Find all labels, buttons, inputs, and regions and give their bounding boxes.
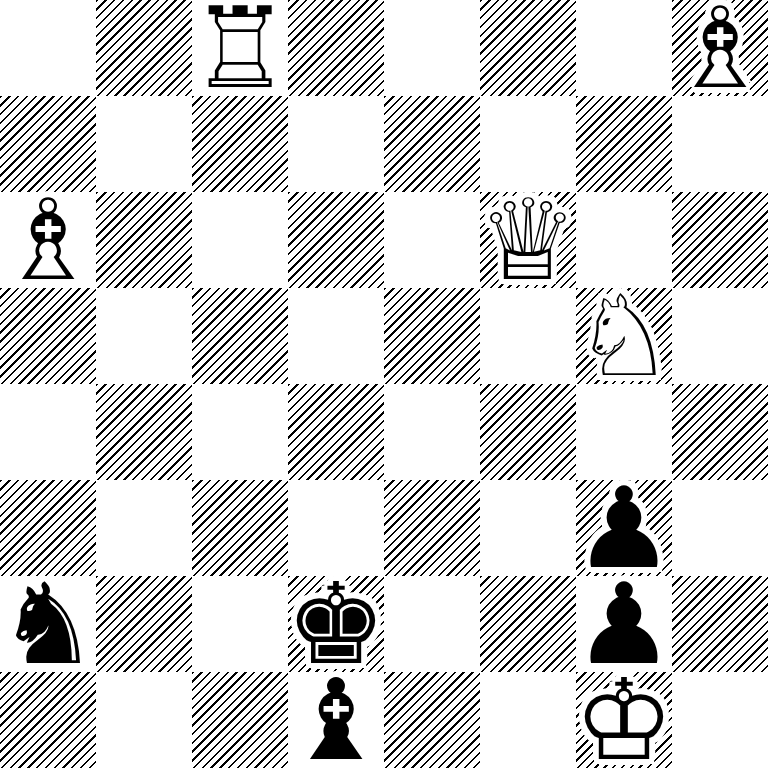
white-knight-backing: ♞: [576, 288, 672, 384]
square-h8[interactable]: ♝♗: [672, 0, 768, 96]
square-d5[interactable]: [288, 288, 384, 384]
black-pawn[interactable]: ♟: [576, 480, 672, 576]
square-h7[interactable]: [672, 96, 768, 192]
square-a1[interactable]: [0, 672, 96, 768]
square-e2[interactable]: [384, 576, 480, 672]
white-queen[interactable]: ♕: [480, 192, 576, 288]
square-e6[interactable]: [384, 192, 480, 288]
square-g3[interactable]: ♟: [576, 480, 672, 576]
square-d8[interactable]: [288, 0, 384, 96]
black-knight[interactable]: ♞: [0, 576, 96, 672]
square-a4[interactable]: [0, 384, 96, 480]
square-f4[interactable]: [480, 384, 576, 480]
square-h6[interactable]: [672, 192, 768, 288]
square-b6[interactable]: [96, 192, 192, 288]
square-d1[interactable]: ♝: [288, 672, 384, 768]
square-b8[interactable]: [96, 0, 192, 96]
square-d4[interactable]: [288, 384, 384, 480]
square-a5[interactable]: [0, 288, 96, 384]
square-f6[interactable]: ♛♕: [480, 192, 576, 288]
white-queen-backing: ♛: [480, 192, 576, 288]
white-king[interactable]: ♔: [576, 672, 672, 768]
square-g8[interactable]: [576, 0, 672, 96]
chess-board: ♜♖♝♗♝♗♛♕♞♘♟♞♚♟♝♚♔: [0, 0, 768, 768]
white-bishop[interactable]: ♗: [0, 192, 96, 288]
square-a3[interactable]: [0, 480, 96, 576]
square-d3[interactable]: [288, 480, 384, 576]
square-b4[interactable]: [96, 384, 192, 480]
square-c1[interactable]: [192, 672, 288, 768]
square-h4[interactable]: [672, 384, 768, 480]
black-pawn[interactable]: ♟: [576, 576, 672, 672]
square-h2[interactable]: [672, 576, 768, 672]
square-c7[interactable]: [192, 96, 288, 192]
square-a8[interactable]: [0, 0, 96, 96]
black-king[interactable]: ♚: [288, 576, 384, 672]
square-b2[interactable]: [96, 576, 192, 672]
square-g6[interactable]: [576, 192, 672, 288]
square-b7[interactable]: [96, 96, 192, 192]
white-rook-backing: ♜: [192, 0, 288, 96]
square-e3[interactable]: [384, 480, 480, 576]
square-c3[interactable]: [192, 480, 288, 576]
square-f7[interactable]: [480, 96, 576, 192]
square-c4[interactable]: [192, 384, 288, 480]
black-bishop[interactable]: ♝: [288, 672, 384, 768]
white-king-backing: ♚: [576, 672, 672, 768]
white-bishop[interactable]: ♗: [672, 0, 768, 96]
square-d6[interactable]: [288, 192, 384, 288]
square-b5[interactable]: [96, 288, 192, 384]
square-f2[interactable]: [480, 576, 576, 672]
square-c8[interactable]: ♜♖: [192, 0, 288, 96]
square-f5[interactable]: [480, 288, 576, 384]
square-b3[interactable]: [96, 480, 192, 576]
square-c5[interactable]: [192, 288, 288, 384]
white-rook[interactable]: ♖: [192, 0, 288, 96]
square-e7[interactable]: [384, 96, 480, 192]
square-a7[interactable]: [0, 96, 96, 192]
square-g2[interactable]: ♟: [576, 576, 672, 672]
square-c2[interactable]: [192, 576, 288, 672]
square-f8[interactable]: [480, 0, 576, 96]
square-b1[interactable]: [96, 672, 192, 768]
square-a6[interactable]: ♝♗: [0, 192, 96, 288]
square-d2[interactable]: ♚: [288, 576, 384, 672]
square-e1[interactable]: [384, 672, 480, 768]
square-g7[interactable]: [576, 96, 672, 192]
square-a2[interactable]: ♞: [0, 576, 96, 672]
square-f1[interactable]: [480, 672, 576, 768]
square-g5[interactable]: ♞♘: [576, 288, 672, 384]
white-knight[interactable]: ♘: [576, 288, 672, 384]
square-d7[interactable]: [288, 96, 384, 192]
square-g1[interactable]: ♚♔: [576, 672, 672, 768]
white-bishop-backing: ♝: [0, 192, 96, 288]
square-f3[interactable]: [480, 480, 576, 576]
square-g4[interactable]: [576, 384, 672, 480]
square-h1[interactable]: [672, 672, 768, 768]
square-h3[interactable]: [672, 480, 768, 576]
square-e5[interactable]: [384, 288, 480, 384]
white-bishop-backing: ♝: [672, 0, 768, 96]
square-e4[interactable]: [384, 384, 480, 480]
square-e8[interactable]: [384, 0, 480, 96]
square-h5[interactable]: [672, 288, 768, 384]
square-c6[interactable]: [192, 192, 288, 288]
